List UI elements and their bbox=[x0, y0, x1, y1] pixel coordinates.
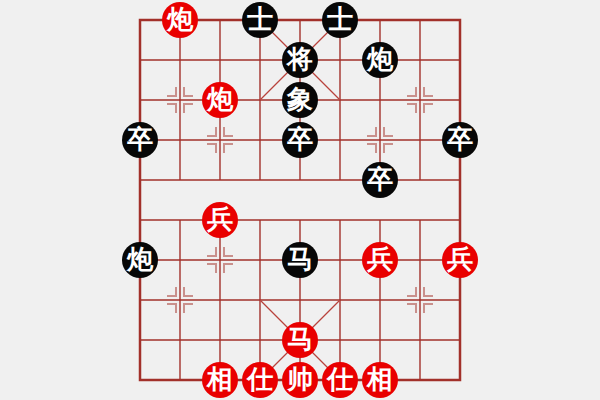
piece-black-cannon[interactable]: 炮 bbox=[362, 42, 398, 78]
piece-red-pawn[interactable]: 兵 bbox=[202, 202, 238, 238]
piece-red-pawn[interactable]: 兵 bbox=[442, 242, 478, 278]
xiangqi-board[interactable]: 炮士士将炮炮象卒卒卒卒兵炮马兵兵马相仕帅仕相 bbox=[0, 0, 600, 400]
piece-red-advisor[interactable]: 仕 bbox=[242, 362, 278, 398]
piece-black-cannon[interactable]: 炮 bbox=[122, 242, 158, 278]
piece-red-king[interactable]: 帅 bbox=[282, 362, 318, 398]
piece-black-pawn[interactable]: 卒 bbox=[122, 122, 158, 158]
piece-red-pawn[interactable]: 兵 bbox=[362, 242, 398, 278]
piece-red-cannon[interactable]: 炮 bbox=[202, 82, 238, 118]
piece-black-pawn[interactable]: 卒 bbox=[362, 162, 398, 198]
piece-red-elephant[interactable]: 相 bbox=[202, 362, 238, 398]
board-pieces: 炮士士将炮炮象卒卒卒卒兵炮马兵兵马相仕帅仕相 bbox=[120, 0, 480, 400]
xiangqi-screenshot: 炮士士将炮炮象卒卒卒卒兵炮马兵兵马相仕帅仕相 bbox=[0, 0, 600, 400]
piece-red-advisor[interactable]: 仕 bbox=[322, 362, 358, 398]
piece-black-pawn[interactable]: 卒 bbox=[442, 122, 478, 158]
piece-black-king[interactable]: 将 bbox=[282, 42, 318, 78]
piece-black-horse[interactable]: 马 bbox=[282, 242, 318, 278]
piece-red-horse[interactable]: 马 bbox=[282, 322, 318, 358]
piece-red-elephant[interactable]: 相 bbox=[362, 362, 398, 398]
piece-black-elephant[interactable]: 象 bbox=[282, 82, 318, 118]
piece-black-advisor[interactable]: 士 bbox=[242, 2, 278, 38]
piece-black-advisor[interactable]: 士 bbox=[322, 2, 358, 38]
piece-red-cannon[interactable]: 炮 bbox=[162, 2, 198, 38]
piece-black-pawn[interactable]: 卒 bbox=[282, 122, 318, 158]
